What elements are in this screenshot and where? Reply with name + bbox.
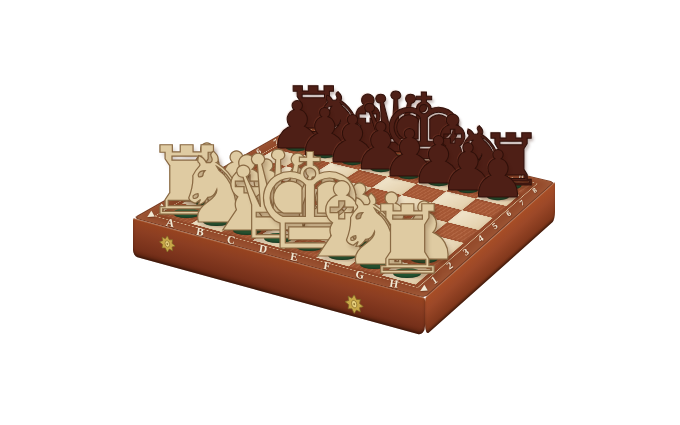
chess-set-photo: AABBCCDDEEFFGGHH1122334455667788◄◄ ♜♞♝♛♚… (0, 0, 680, 425)
brass-clasp (345, 292, 364, 316)
brass-clasp (159, 233, 175, 254)
